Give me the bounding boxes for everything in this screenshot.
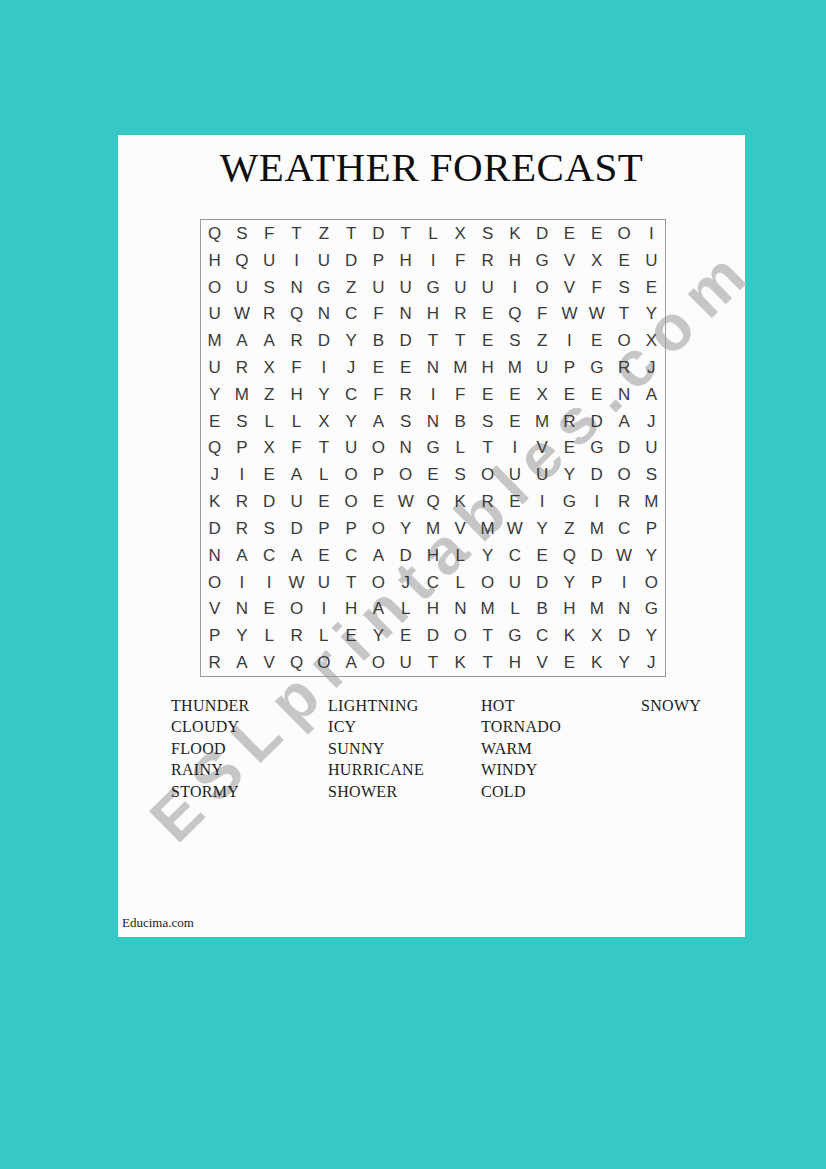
word-search-grid: QSFTZTDTLXSKDEEOIHQUIUDPHIFRHGVXEUOUSNGZ… [200, 219, 666, 677]
grid-cell: E [583, 220, 610, 247]
grid-cell: U [201, 354, 228, 381]
grid-cell: D [392, 542, 419, 569]
grid-cell: Q [201, 435, 228, 462]
grid-cell: U [310, 569, 337, 596]
grid-cell: F [365, 381, 392, 408]
grid-cell: Y [474, 542, 501, 569]
grid-cell: E [501, 381, 528, 408]
grid-cell: F [283, 435, 310, 462]
grid-cell: N [310, 300, 337, 327]
grid-cell: W [392, 488, 419, 515]
grid-cell: T [474, 649, 501, 676]
grid-cell: D [365, 220, 392, 247]
grid-cell: S [474, 408, 501, 435]
grid-cell: A [256, 327, 283, 354]
grid-cell: H [501, 649, 528, 676]
grid-cell: L [310, 461, 337, 488]
word-list: THUNDERCLOUDYFLOODRAINYSTORMYLIGHTNINGIC… [171, 695, 737, 802]
grid-cell: I [228, 461, 255, 488]
grid-cell: X [256, 435, 283, 462]
grid-cell: Y [337, 408, 364, 435]
grid-cell: E [365, 354, 392, 381]
word-list-item: WARM [481, 738, 641, 759]
grid-cell: R [228, 354, 255, 381]
grid-cell: T [283, 220, 310, 247]
grid-cell: S [256, 274, 283, 301]
grid-cell: I [419, 381, 446, 408]
grid-cell: N [201, 542, 228, 569]
grid-cell: U [501, 569, 528, 596]
grid-cell: H [556, 596, 583, 623]
grid-cell: N [610, 381, 637, 408]
grid-cell: Y [610, 649, 637, 676]
grid-cell: M [501, 354, 528, 381]
grid-cell: H [474, 354, 501, 381]
grid-cell: R [474, 247, 501, 274]
grid-cell: M [419, 515, 446, 542]
grid-cell: I [501, 435, 528, 462]
grid-cell: U [256, 247, 283, 274]
grid-cell: O [610, 220, 637, 247]
grid-cell: V [529, 435, 556, 462]
grid-cell: N [419, 408, 446, 435]
grid-cell: O [365, 435, 392, 462]
grid-cell: G [419, 274, 446, 301]
grid-cell: V [201, 596, 228, 623]
grid-cell: A [283, 542, 310, 569]
grid-cell: A [365, 408, 392, 435]
page-title: WEATHER FORECAST [118, 143, 745, 191]
grid-cell: R [610, 354, 637, 381]
grid-cell: U [392, 274, 419, 301]
grid-cell: O [610, 327, 637, 354]
grid-cell: I [529, 488, 556, 515]
grid-cell: H [419, 596, 446, 623]
grid-cell: S [256, 515, 283, 542]
grid-cell: S [392, 408, 419, 435]
grid-cell: K [501, 220, 528, 247]
grid-cell: P [638, 515, 665, 542]
grid-cell: M [583, 515, 610, 542]
grid-cell: Q [228, 247, 255, 274]
grid-cell: G [638, 596, 665, 623]
grid-cell: M [529, 408, 556, 435]
grid-cell: E [556, 220, 583, 247]
grid-cell: Y [638, 542, 665, 569]
grid-cell: O [337, 488, 364, 515]
grid-cell: S [501, 327, 528, 354]
grid-cell: U [392, 649, 419, 676]
grid-cell: X [529, 381, 556, 408]
grid-cell: G [556, 488, 583, 515]
grid-cell: V [556, 274, 583, 301]
word-list-item: STORMY [171, 781, 328, 802]
grid-cell: E [392, 622, 419, 649]
grid-cell: U [310, 247, 337, 274]
grid-cell: H [419, 542, 446, 569]
grid-cell: Y [556, 569, 583, 596]
grid-cell: Q [283, 649, 310, 676]
grid-cell: I [419, 247, 446, 274]
grid-cell: U [447, 274, 474, 301]
grid-cell: U [529, 461, 556, 488]
grid-cell: H [283, 381, 310, 408]
grid-cell: O [201, 274, 228, 301]
word-list-column: THUNDERCLOUDYFLOODRAINYSTORMY [171, 695, 328, 802]
grid-cell: P [201, 622, 228, 649]
grid-cell: O [474, 569, 501, 596]
grid-cell: N [283, 274, 310, 301]
grid-cell: C [529, 622, 556, 649]
grid-cell: O [365, 569, 392, 596]
grid-cell: G [583, 435, 610, 462]
grid-cell: F [583, 274, 610, 301]
grid-cell: H [501, 247, 528, 274]
grid-cell: H [392, 247, 419, 274]
grid-cell: Q [556, 542, 583, 569]
word-list-item: WINDY [481, 759, 641, 780]
word-list-item: SUNNY [328, 738, 481, 759]
grid-cell: L [501, 596, 528, 623]
grid-cell: A [228, 649, 255, 676]
word-list-item: COLD [481, 781, 641, 802]
grid-cell: D [392, 327, 419, 354]
grid-cell: P [365, 247, 392, 274]
grid-cell: S [610, 274, 637, 301]
grid-cell: I [283, 247, 310, 274]
word-list-item: SNOWY [641, 695, 737, 716]
grid-cell: Q [201, 220, 228, 247]
grid-cell: D [310, 327, 337, 354]
grid-cell: O [447, 622, 474, 649]
grid-cell: A [283, 461, 310, 488]
grid-cell: G [529, 247, 556, 274]
grid-cell: D [283, 515, 310, 542]
grid-cell: T [474, 622, 501, 649]
grid-cell: K [556, 622, 583, 649]
grid-cell: I [310, 596, 337, 623]
grid-cell: U [474, 274, 501, 301]
grid-cell: V [447, 515, 474, 542]
grid-cell: N [610, 596, 637, 623]
grid-cell: Z [256, 381, 283, 408]
grid-cell: T [337, 220, 364, 247]
grid-cell: E [474, 300, 501, 327]
grid-cell: V [529, 649, 556, 676]
grid-cell: X [256, 354, 283, 381]
grid-cell: H [201, 247, 228, 274]
word-list-column: HOTTORNADOWARMWINDYCOLD [481, 695, 641, 802]
grid-cell: Z [556, 515, 583, 542]
grid-cell: F [447, 247, 474, 274]
grid-cell: E [529, 542, 556, 569]
grid-cell: J [638, 408, 665, 435]
grid-cell: U [638, 435, 665, 462]
grid-cell: L [310, 622, 337, 649]
word-list-item: TORNADO [481, 716, 641, 737]
grid-cell: U [638, 247, 665, 274]
word-list-item: LIGHTNING [328, 695, 481, 716]
grid-cell: B [529, 596, 556, 623]
grid-cell: O [392, 461, 419, 488]
grid-cell: L [447, 435, 474, 462]
grid-cell: Y [529, 515, 556, 542]
grid-cell: I [310, 354, 337, 381]
grid-cell: N [419, 354, 446, 381]
grid-cell: Q [283, 300, 310, 327]
word-list-item: RAINY [171, 759, 328, 780]
word-list-item: HURRICANE [328, 759, 481, 780]
grid-cell: T [419, 327, 446, 354]
grid-cell: E [474, 381, 501, 408]
grid-cell: I [228, 569, 255, 596]
grid-cell: L [419, 220, 446, 247]
grid-cell: K [447, 649, 474, 676]
grid-cell: W [501, 515, 528, 542]
grid-cell: W [583, 300, 610, 327]
grid-cell: R [228, 515, 255, 542]
grid-cell: W [228, 300, 255, 327]
grid-cell: T [447, 327, 474, 354]
grid-cell: K [583, 649, 610, 676]
grid-cell: A [337, 649, 364, 676]
grid-cell: G [419, 435, 446, 462]
grid-cell: M [638, 488, 665, 515]
grid-cell: J [201, 461, 228, 488]
grid-cell: A [365, 596, 392, 623]
grid-cell: A [228, 542, 255, 569]
grid-cell: E [556, 381, 583, 408]
grid-cell: A [365, 542, 392, 569]
grid-cell: E [256, 461, 283, 488]
grid-cell: O [201, 569, 228, 596]
grid-cell: U [365, 274, 392, 301]
grid-cell: C [419, 569, 446, 596]
grid-cell: V [256, 649, 283, 676]
grid-cell: X [447, 220, 474, 247]
grid-cell: S [447, 461, 474, 488]
grid-cell: D [419, 622, 446, 649]
grid-cell: T [310, 435, 337, 462]
grid-cell: P [310, 515, 337, 542]
grid-cell: E [337, 622, 364, 649]
grid-cell: L [256, 622, 283, 649]
grid-cell: R [474, 488, 501, 515]
grid-cell: B [365, 327, 392, 354]
grid-cell: Y [365, 622, 392, 649]
grid-cell: T [474, 435, 501, 462]
grid-cell: K [447, 488, 474, 515]
grid-cell: E [556, 435, 583, 462]
grid-cell: P [365, 461, 392, 488]
grid-cell: O [365, 649, 392, 676]
grid-cell: C [337, 300, 364, 327]
grid-cell: Z [529, 327, 556, 354]
grid-cell: R [283, 327, 310, 354]
grid-cell: G [583, 354, 610, 381]
grid-cell: D [529, 220, 556, 247]
grid-cell: W [610, 542, 637, 569]
grid-cell: J [638, 354, 665, 381]
grid-cell: D [583, 542, 610, 569]
grid-cell: T [337, 569, 364, 596]
grid-cell: X [638, 327, 665, 354]
grid-cell: L [283, 408, 310, 435]
grid-cell: K [201, 488, 228, 515]
grid-cell: E [392, 354, 419, 381]
grid-cell: T [610, 300, 637, 327]
grid-cell: I [610, 569, 637, 596]
grid-cell: R [256, 300, 283, 327]
grid-cell: S [228, 220, 255, 247]
word-list-column: LIGHTNINGICYSUNNYHURRICANESHOWER [328, 695, 481, 802]
word-list-item: THUNDER [171, 695, 328, 716]
grid-cell: Z [337, 274, 364, 301]
grid-cell: J [392, 569, 419, 596]
grid-cell: N [447, 596, 474, 623]
grid-cell: T [419, 649, 446, 676]
grid-cell: Y [638, 300, 665, 327]
grid-cell: D [610, 622, 637, 649]
grid-cell: E [610, 247, 637, 274]
grid-cell: J [638, 649, 665, 676]
grid-cell: D [610, 435, 637, 462]
grid-cell: R [447, 300, 474, 327]
grid-cell: Y [556, 461, 583, 488]
grid-cell: C [337, 542, 364, 569]
grid-cell: Q [419, 488, 446, 515]
grid-cell: R [283, 622, 310, 649]
grid-cell: P [583, 569, 610, 596]
grid-cell: A [610, 408, 637, 435]
grid-cell: N [392, 300, 419, 327]
grid-cell: N [392, 435, 419, 462]
grid-cell: I [556, 327, 583, 354]
grid-cell: S [228, 408, 255, 435]
grid-cell: M [228, 381, 255, 408]
grid-cell: C [610, 515, 637, 542]
grid-cell: R [392, 381, 419, 408]
grid-cell: T [392, 220, 419, 247]
grid-cell: W [283, 569, 310, 596]
grid-cell: Y [392, 515, 419, 542]
grid-cell: Q [501, 300, 528, 327]
grid-cell: I [501, 274, 528, 301]
footer-credit: Educima.com [122, 915, 194, 931]
grid-cell: M [474, 515, 501, 542]
grid-cell: E [419, 461, 446, 488]
grid-cell: Y [310, 381, 337, 408]
grid-cell: G [310, 274, 337, 301]
grid-cell: W [556, 300, 583, 327]
grid-cell: O [337, 461, 364, 488]
grid-cell: I [583, 488, 610, 515]
grid-cell: O [365, 515, 392, 542]
grid-cell: O [310, 649, 337, 676]
grid-cell: Y [228, 622, 255, 649]
grid-cell: Y [638, 622, 665, 649]
grid-cell: D [256, 488, 283, 515]
grid-cell: F [256, 220, 283, 247]
grid-cell: E [583, 327, 610, 354]
grid-cell: U [337, 435, 364, 462]
grid-cell: F [447, 381, 474, 408]
grid-cell: E [501, 408, 528, 435]
grid-cell: O [529, 274, 556, 301]
grid-cell: M [447, 354, 474, 381]
grid-cell: C [256, 542, 283, 569]
grid-cell: O [638, 569, 665, 596]
grid-cell: L [256, 408, 283, 435]
grid-cell: P [228, 435, 255, 462]
grid-cell: E [583, 381, 610, 408]
grid-cell: H [337, 596, 364, 623]
grid-cell: D [529, 569, 556, 596]
grid-cell: I [256, 569, 283, 596]
grid-cell: C [501, 542, 528, 569]
grid-cell: M [474, 596, 501, 623]
grid-cell: D [583, 461, 610, 488]
grid-cell: N [228, 596, 255, 623]
grid-cell: R [201, 649, 228, 676]
grid-cell: O [283, 596, 310, 623]
grid-cell: U [501, 461, 528, 488]
grid-cell: A [638, 381, 665, 408]
word-list-item: SHOWER [328, 781, 481, 802]
grid-cell: F [365, 300, 392, 327]
grid-cell: E [310, 488, 337, 515]
grid-cell: O [610, 461, 637, 488]
grid-cell: X [310, 408, 337, 435]
grid-cell: F [283, 354, 310, 381]
grid-cell: C [337, 381, 364, 408]
grid-cell: E [256, 596, 283, 623]
grid-cell: D [583, 408, 610, 435]
grid-cell: M [201, 327, 228, 354]
word-list-item: FLOOD [171, 738, 328, 759]
grid-cell: D [201, 515, 228, 542]
grid-cell: L [447, 542, 474, 569]
page-content: WEATHER FORECAST QSFTZTDTLXSKDEEOIHQUIUD… [118, 135, 745, 937]
grid-cell: L [392, 596, 419, 623]
grid-cell: E [201, 408, 228, 435]
grid-cell: Z [310, 220, 337, 247]
grid-cell: E [638, 274, 665, 301]
grid-cell: P [556, 354, 583, 381]
grid-cell: Y [201, 381, 228, 408]
grid-cell: E [310, 542, 337, 569]
grid-cell: Y [337, 327, 364, 354]
grid-cell: U [201, 300, 228, 327]
grid-cell: V [556, 247, 583, 274]
grid-cell: I [638, 220, 665, 247]
grid-cell: R [610, 488, 637, 515]
grid-cell: M [583, 596, 610, 623]
grid-cell: A [228, 327, 255, 354]
grid-cell: S [638, 461, 665, 488]
grid-cell: R [556, 408, 583, 435]
grid-cell: E [556, 649, 583, 676]
canvas: { "game": "word-search", "title": "WEATH… [0, 0, 826, 1169]
grid-cell: L [447, 569, 474, 596]
worksheet-page: ESLprintables.com WEATHER FORECAST QSFTZ… [118, 135, 745, 937]
word-list-column: SNOWY [641, 695, 737, 802]
grid-cell: J [337, 354, 364, 381]
grid-cell: R [228, 488, 255, 515]
grid-cell: O [474, 461, 501, 488]
grid-cell: H [419, 300, 446, 327]
grid-cell: X [583, 622, 610, 649]
